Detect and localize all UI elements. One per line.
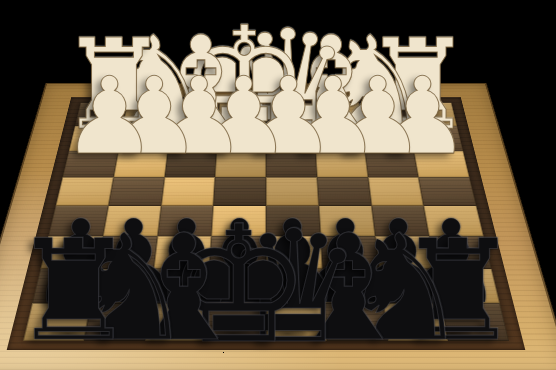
piece-black-rook-h8[interactable]: ♜ — [11, 222, 136, 361]
piece-white-pawn-h2[interactable]: ♟ — [62, 63, 157, 169]
chess-photo-scene: ♜♞♝♛♚♝♞♜♟♟♟♟♟♟♟♟♟♟♟♟♟♟♟♟♜♞♝♛♚♝♞♜ — [0, 0, 556, 370]
